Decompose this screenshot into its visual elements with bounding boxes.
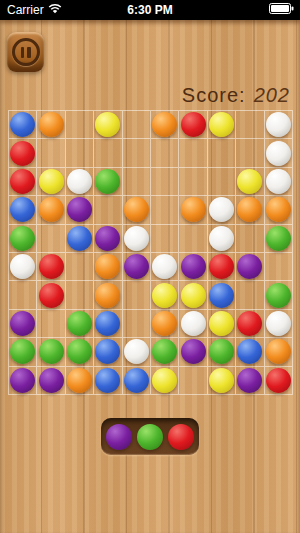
ball-purple[interactable] xyxy=(181,339,206,364)
ball-orange[interactable] xyxy=(39,197,64,222)
ball-orange[interactable] xyxy=(39,112,64,137)
ball-white[interactable] xyxy=(124,339,149,364)
score-value: 202 xyxy=(254,84,290,107)
board-cell[interactable] xyxy=(151,196,179,224)
board-cell[interactable] xyxy=(37,111,65,139)
board-cell[interactable] xyxy=(9,253,37,281)
board-cell[interactable] xyxy=(66,168,94,196)
board-cell[interactable] xyxy=(179,367,207,395)
board-cell[interactable] xyxy=(9,196,37,224)
board-cell[interactable] xyxy=(94,139,122,167)
ball-white[interactable] xyxy=(152,254,177,279)
app-screen: Carrier 6:30 PM xyxy=(0,0,300,533)
score-label: Score: xyxy=(182,84,246,107)
ball-blue[interactable] xyxy=(124,368,149,393)
next-ball-red xyxy=(168,424,194,450)
ball-red[interactable] xyxy=(209,254,234,279)
ball-blue[interactable] xyxy=(95,368,120,393)
board-cell[interactable] xyxy=(37,338,65,366)
board-cell[interactable] xyxy=(9,225,37,253)
ball-white[interactable] xyxy=(266,141,291,166)
ball-orange[interactable] xyxy=(95,283,120,308)
board-cell[interactable] xyxy=(66,253,94,281)
board-cell[interactable] xyxy=(37,253,65,281)
ball-white[interactable] xyxy=(209,197,234,222)
board-cell[interactable] xyxy=(265,139,293,167)
board-cell[interactable] xyxy=(179,338,207,366)
ball-white[interactable] xyxy=(10,254,35,279)
ball-yellow[interactable] xyxy=(237,169,262,194)
board-cell[interactable] xyxy=(9,111,37,139)
board-cell[interactable] xyxy=(66,367,94,395)
ball-green[interactable] xyxy=(152,339,177,364)
ball-blue[interactable] xyxy=(209,283,234,308)
ball-white[interactable] xyxy=(67,169,92,194)
board-cell[interactable] xyxy=(208,253,236,281)
board-cell[interactable] xyxy=(94,338,122,366)
board-cell[interactable] xyxy=(151,310,179,338)
ball-blue[interactable] xyxy=(67,226,92,251)
board-cell[interactable] xyxy=(236,310,264,338)
ball-red[interactable] xyxy=(181,112,206,137)
ball-yellow[interactable] xyxy=(152,368,177,393)
board-cell[interactable] xyxy=(236,139,264,167)
board-cell[interactable] xyxy=(9,168,37,196)
board-cell[interactable] xyxy=(208,111,236,139)
next-balls-tray xyxy=(101,418,199,455)
board-cell[interactable] xyxy=(37,310,65,338)
board-cell[interactable] xyxy=(94,225,122,253)
board-cell[interactable] xyxy=(179,253,207,281)
board-cell[interactable] xyxy=(37,281,65,309)
ball-blue[interactable] xyxy=(95,339,120,364)
ball-yellow[interactable] xyxy=(209,112,234,137)
ball-orange[interactable] xyxy=(266,339,291,364)
ball-green[interactable] xyxy=(67,311,92,336)
board-cell[interactable] xyxy=(151,281,179,309)
board-cell[interactable] xyxy=(179,225,207,253)
board-cell[interactable] xyxy=(94,367,122,395)
ball-purple[interactable] xyxy=(124,254,149,279)
board-cell[interactable] xyxy=(94,168,122,196)
ball-white[interactable] xyxy=(266,169,291,194)
board-cell[interactable] xyxy=(179,139,207,167)
board-cell[interactable] xyxy=(151,111,179,139)
ball-purple[interactable] xyxy=(237,254,262,279)
board-cell[interactable] xyxy=(179,168,207,196)
board-cell[interactable] xyxy=(208,338,236,366)
board-cell[interactable] xyxy=(236,253,264,281)
board-cell[interactable] xyxy=(151,367,179,395)
board-cell[interactable] xyxy=(66,111,94,139)
ball-blue[interactable] xyxy=(10,112,35,137)
ball-purple[interactable] xyxy=(39,368,64,393)
board-cell[interactable] xyxy=(265,367,293,395)
ball-orange[interactable] xyxy=(152,311,177,336)
board-cell[interactable] xyxy=(208,168,236,196)
board-cell[interactable] xyxy=(9,139,37,167)
board-cell[interactable] xyxy=(265,111,293,139)
board-cell[interactable] xyxy=(265,225,293,253)
board-cell[interactable] xyxy=(208,310,236,338)
board-cell[interactable] xyxy=(236,196,264,224)
ball-yellow[interactable] xyxy=(209,311,234,336)
pause-button[interactable] xyxy=(7,32,44,72)
ball-white[interactable] xyxy=(209,226,234,251)
board-cell[interactable] xyxy=(123,281,151,309)
board-cell[interactable] xyxy=(37,367,65,395)
board-cell[interactable] xyxy=(123,196,151,224)
board-cell[interactable] xyxy=(151,338,179,366)
ball-orange[interactable] xyxy=(95,254,120,279)
next-ball-green xyxy=(137,424,163,450)
pause-icon xyxy=(12,38,40,66)
board-cell[interactable] xyxy=(123,168,151,196)
board-cell[interactable] xyxy=(37,139,65,167)
game-board xyxy=(8,110,293,395)
ball-green[interactable] xyxy=(209,339,234,364)
ball-purple[interactable] xyxy=(67,197,92,222)
ball-green[interactable] xyxy=(266,226,291,251)
clock: 6:30 PM xyxy=(0,3,300,17)
ball-purple[interactable] xyxy=(95,226,120,251)
ball-green[interactable] xyxy=(10,226,35,251)
board-cell[interactable] xyxy=(208,367,236,395)
board-cell[interactable] xyxy=(37,196,65,224)
board-cell[interactable] xyxy=(9,310,37,338)
board-cell[interactable] xyxy=(94,310,122,338)
board-cell[interactable] xyxy=(236,225,264,253)
ball-green[interactable] xyxy=(266,283,291,308)
ball-purple[interactable] xyxy=(10,311,35,336)
ball-blue[interactable] xyxy=(237,339,262,364)
board-cell[interactable] xyxy=(66,281,94,309)
ball-blue[interactable] xyxy=(95,311,120,336)
ball-red[interactable] xyxy=(39,283,64,308)
ball-orange[interactable] xyxy=(237,197,262,222)
battery-icon xyxy=(269,3,294,17)
board-cell[interactable] xyxy=(94,281,122,309)
ball-white[interactable] xyxy=(266,311,291,336)
board-cell[interactable] xyxy=(179,196,207,224)
board-cell[interactable] xyxy=(123,253,151,281)
board-cell[interactable] xyxy=(236,168,264,196)
board-cell[interactable] xyxy=(123,367,151,395)
ball-red[interactable] xyxy=(10,169,35,194)
board-cell[interactable] xyxy=(66,310,94,338)
board-cell[interactable] xyxy=(179,281,207,309)
board-cell[interactable] xyxy=(9,367,37,395)
board-cell[interactable] xyxy=(265,253,293,281)
ball-blue[interactable] xyxy=(10,197,35,222)
board-cell[interactable] xyxy=(123,225,151,253)
board-cell[interactable] xyxy=(236,281,264,309)
ball-red[interactable] xyxy=(10,141,35,166)
board-cell[interactable] xyxy=(208,139,236,167)
ball-orange[interactable] xyxy=(152,112,177,137)
ball-orange[interactable] xyxy=(181,197,206,222)
board-cell[interactable] xyxy=(265,310,293,338)
board-cell[interactable] xyxy=(236,367,264,395)
board-cell[interactable] xyxy=(265,338,293,366)
board-cell[interactable] xyxy=(236,338,264,366)
board-cell[interactable] xyxy=(208,281,236,309)
board-cell[interactable] xyxy=(9,281,37,309)
board-cell[interactable] xyxy=(66,196,94,224)
ball-red[interactable] xyxy=(237,311,262,336)
next-ball-purple xyxy=(106,424,132,450)
ball-purple[interactable] xyxy=(237,368,262,393)
board-cell[interactable] xyxy=(94,196,122,224)
ball-green[interactable] xyxy=(67,339,92,364)
ball-yellow[interactable] xyxy=(152,283,177,308)
score-display: Score: 202 xyxy=(182,84,290,107)
board-cell[interactable] xyxy=(151,225,179,253)
ball-orange[interactable] xyxy=(67,368,92,393)
board-cell[interactable] xyxy=(66,338,94,366)
board-cell[interactable] xyxy=(179,111,207,139)
board-cell[interactable] xyxy=(179,310,207,338)
ball-yellow[interactable] xyxy=(95,112,120,137)
board-cell[interactable] xyxy=(9,338,37,366)
ball-purple[interactable] xyxy=(181,254,206,279)
board-cell[interactable] xyxy=(265,196,293,224)
board-cell[interactable] xyxy=(37,168,65,196)
ball-green[interactable] xyxy=(95,169,120,194)
board-cell[interactable] xyxy=(37,225,65,253)
board-cell[interactable] xyxy=(94,111,122,139)
board-cell[interactable] xyxy=(236,111,264,139)
board-cell[interactable] xyxy=(123,310,151,338)
board-cell[interactable] xyxy=(151,168,179,196)
ball-green[interactable] xyxy=(39,339,64,364)
ball-purple[interactable] xyxy=(10,368,35,393)
board-cell[interactable] xyxy=(151,139,179,167)
board-cell[interactable] xyxy=(151,253,179,281)
board-cell[interactable] xyxy=(265,168,293,196)
ball-red[interactable] xyxy=(266,368,291,393)
board-cell[interactable] xyxy=(265,281,293,309)
board-cell[interactable] xyxy=(123,111,151,139)
ball-orange[interactable] xyxy=(266,197,291,222)
ball-white[interactable] xyxy=(124,226,149,251)
ball-white[interactable] xyxy=(181,311,206,336)
board-cell[interactable] xyxy=(123,139,151,167)
ball-red[interactable] xyxy=(39,254,64,279)
board-cell[interactable] xyxy=(94,253,122,281)
ball-yellow[interactable] xyxy=(209,368,234,393)
board-cell[interactable] xyxy=(208,196,236,224)
ball-white[interactable] xyxy=(266,112,291,137)
status-bar: Carrier 6:30 PM xyxy=(0,0,300,20)
board-cell[interactable] xyxy=(66,139,94,167)
board-cell[interactable] xyxy=(66,225,94,253)
ball-yellow[interactable] xyxy=(181,283,206,308)
ball-yellow[interactable] xyxy=(39,169,64,194)
board-cell[interactable] xyxy=(208,225,236,253)
board-cell[interactable] xyxy=(123,338,151,366)
ball-orange[interactable] xyxy=(124,197,149,222)
ball-green[interactable] xyxy=(10,339,35,364)
